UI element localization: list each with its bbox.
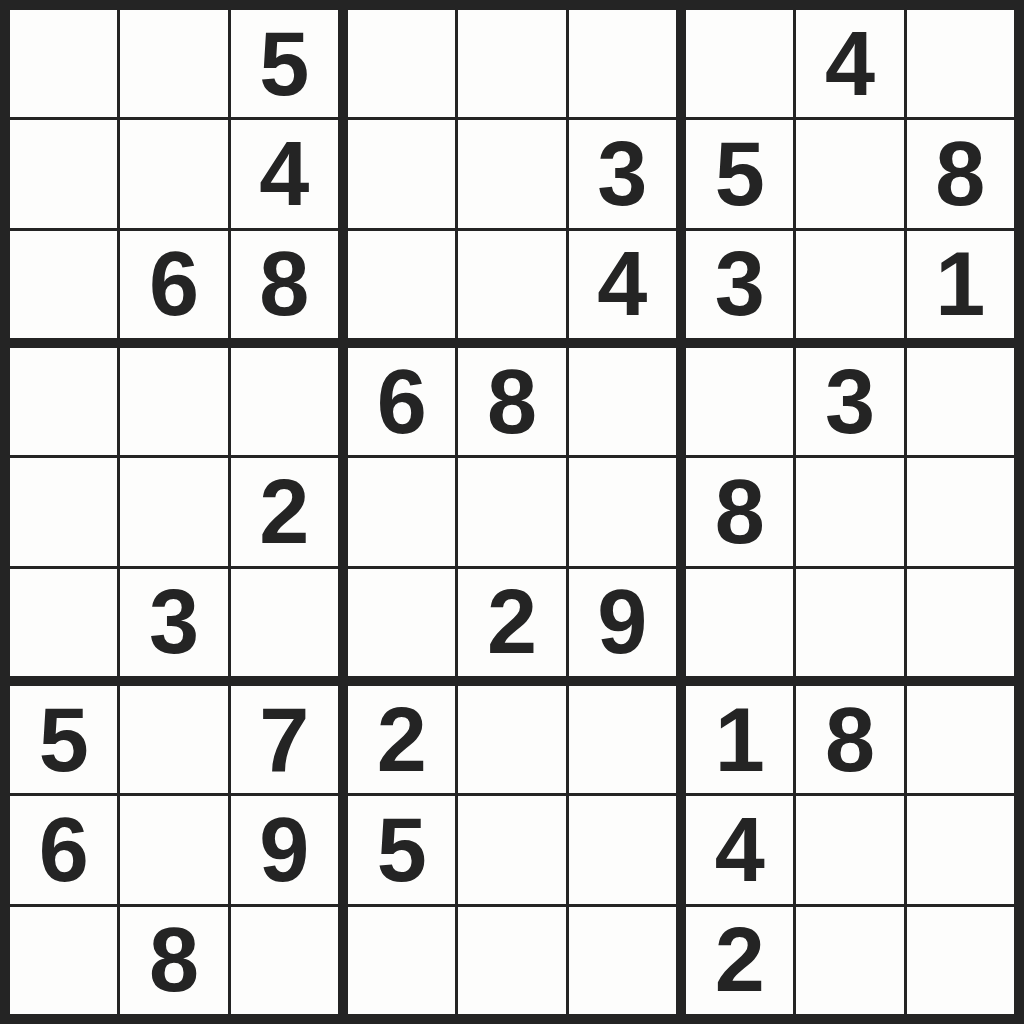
cell-r2c3[interactable]: 4 (231, 120, 338, 227)
box-1: 5468 (10, 10, 338, 338)
cell-r2c9[interactable]: 8 (907, 120, 1014, 227)
box-3: 45831 (686, 10, 1014, 338)
box-6: 38 (686, 348, 1014, 676)
cell-r6c1[interactable] (10, 569, 117, 676)
cell-r4c1[interactable] (10, 348, 117, 455)
cell-r3c5[interactable] (458, 231, 565, 338)
cell-r2c1[interactable] (10, 120, 117, 227)
cell-r5c5[interactable] (458, 458, 565, 565)
cell-r5c6[interactable] (569, 458, 676, 565)
cell-r9c6[interactable] (569, 907, 676, 1014)
cell-r8c5[interactable] (458, 796, 565, 903)
box-4: 23 (10, 348, 338, 676)
cell-r7c2[interactable] (120, 686, 227, 793)
cell-r3c2[interactable]: 6 (120, 231, 227, 338)
cell-r7c9[interactable] (907, 686, 1014, 793)
cell-r9c3[interactable] (231, 907, 338, 1014)
cell-r3c7[interactable]: 3 (686, 231, 793, 338)
cell-r9c5[interactable] (458, 907, 565, 1014)
cell-r2c5[interactable] (458, 120, 565, 227)
cell-r4c2[interactable] (120, 348, 227, 455)
cell-r4c6[interactable] (569, 348, 676, 455)
cell-r7c7[interactable]: 1 (686, 686, 793, 793)
cell-r1c7[interactable] (686, 10, 793, 117)
cell-r2c4[interactable] (348, 120, 455, 227)
cell-r3c6[interactable]: 4 (569, 231, 676, 338)
box-7: 57698 (10, 686, 338, 1014)
cell-r6c4[interactable] (348, 569, 455, 676)
cell-r4c9[interactable] (907, 348, 1014, 455)
cell-r1c4[interactable] (348, 10, 455, 117)
cell-r4c8[interactable]: 3 (796, 348, 903, 455)
cell-r1c6[interactable] (569, 10, 676, 117)
cell-r7c5[interactable] (458, 686, 565, 793)
cell-r1c2[interactable] (120, 10, 227, 117)
cell-r4c5[interactable]: 8 (458, 348, 565, 455)
sudoku-board: 546834458312368293857698251842 (0, 0, 1024, 1024)
cell-r6c2[interactable]: 3 (120, 569, 227, 676)
cell-r7c6[interactable] (569, 686, 676, 793)
cell-r7c8[interactable]: 8 (796, 686, 903, 793)
cell-r6c7[interactable] (686, 569, 793, 676)
cell-r9c1[interactable] (10, 907, 117, 1014)
cell-r5c4[interactable] (348, 458, 455, 565)
cell-r2c7[interactable]: 5 (686, 120, 793, 227)
cell-r3c9[interactable]: 1 (907, 231, 1014, 338)
cell-r1c9[interactable] (907, 10, 1014, 117)
cell-r8c7[interactable]: 4 (686, 796, 793, 903)
cell-r9c9[interactable] (907, 907, 1014, 1014)
cell-r9c4[interactable] (348, 907, 455, 1014)
cell-r5c2[interactable] (120, 458, 227, 565)
cell-r7c3[interactable]: 7 (231, 686, 338, 793)
box-5: 6829 (348, 348, 676, 676)
cell-r5c8[interactable] (796, 458, 903, 565)
cell-r6c8[interactable] (796, 569, 903, 676)
cell-r3c8[interactable] (796, 231, 903, 338)
cell-r2c6[interactable]: 3 (569, 120, 676, 227)
cell-r8c1[interactable]: 6 (10, 796, 117, 903)
cell-r1c5[interactable] (458, 10, 565, 117)
box-2: 34 (348, 10, 676, 338)
cell-r9c8[interactable] (796, 907, 903, 1014)
cell-r3c4[interactable] (348, 231, 455, 338)
cell-r6c3[interactable] (231, 569, 338, 676)
cell-r4c7[interactable] (686, 348, 793, 455)
cell-r5c3[interactable]: 2 (231, 458, 338, 565)
cell-r6c6[interactable]: 9 (569, 569, 676, 676)
cell-r5c7[interactable]: 8 (686, 458, 793, 565)
cell-r8c9[interactable] (907, 796, 1014, 903)
cell-r8c2[interactable] (120, 796, 227, 903)
cell-r6c5[interactable]: 2 (458, 569, 565, 676)
cell-r4c3[interactable] (231, 348, 338, 455)
cell-r7c1[interactable]: 5 (10, 686, 117, 793)
cell-r1c3[interactable]: 5 (231, 10, 338, 117)
box-9: 1842 (686, 686, 1014, 1014)
cell-r8c3[interactable]: 9 (231, 796, 338, 903)
cell-r5c9[interactable] (907, 458, 1014, 565)
cell-r9c7[interactable]: 2 (686, 907, 793, 1014)
cell-r6c9[interactable] (907, 569, 1014, 676)
cell-r8c4[interactable]: 5 (348, 796, 455, 903)
cell-r7c4[interactable]: 2 (348, 686, 455, 793)
cell-r5c1[interactable] (10, 458, 117, 565)
cell-r2c2[interactable] (120, 120, 227, 227)
cell-r1c8[interactable]: 4 (796, 10, 903, 117)
box-8: 25 (348, 686, 676, 1014)
sudoku-puzzle: 546834458312368293857698251842 (0, 0, 1024, 1024)
cell-r4c4[interactable]: 6 (348, 348, 455, 455)
cell-r8c8[interactable] (796, 796, 903, 903)
cell-r3c3[interactable]: 8 (231, 231, 338, 338)
cell-r1c1[interactable] (10, 10, 117, 117)
cell-r9c2[interactable]: 8 (120, 907, 227, 1014)
cell-r8c6[interactable] (569, 796, 676, 903)
cell-r3c1[interactable] (10, 231, 117, 338)
cell-r2c8[interactable] (796, 120, 903, 227)
